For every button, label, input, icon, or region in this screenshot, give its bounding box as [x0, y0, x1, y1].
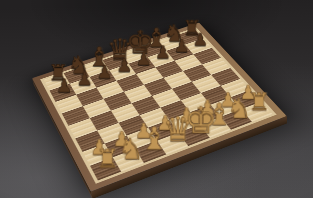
piece-white-rook[interactable]: ♜︎	[95, 146, 120, 172]
piece-white-knight[interactable]: ♞︎	[118, 134, 142, 163]
scene-background: ♜︎♞︎♝︎♛︎♚︎♝︎♞︎♜︎♟︎♟︎♟︎♟︎♟︎♟︎♟︎♟︎♟︎♟︎♟︎♟︎…	[0, 0, 313, 198]
piece-white-bishop[interactable]: ♝︎	[141, 124, 165, 155]
chess-board: ♜︎♞︎♝︎♛︎♚︎♝︎♞︎♜︎♟︎♟︎♟︎♟︎♟︎♟︎♟︎♟︎♟︎♟︎♟︎♟︎…	[32, 23, 287, 192]
perspective-wrapper: ♜︎♞︎♝︎♛︎♚︎♝︎♞︎♜︎♟︎♟︎♟︎♟︎♟︎♟︎♟︎♟︎♟︎♟︎♟︎♟︎…	[0, 0, 313, 198]
